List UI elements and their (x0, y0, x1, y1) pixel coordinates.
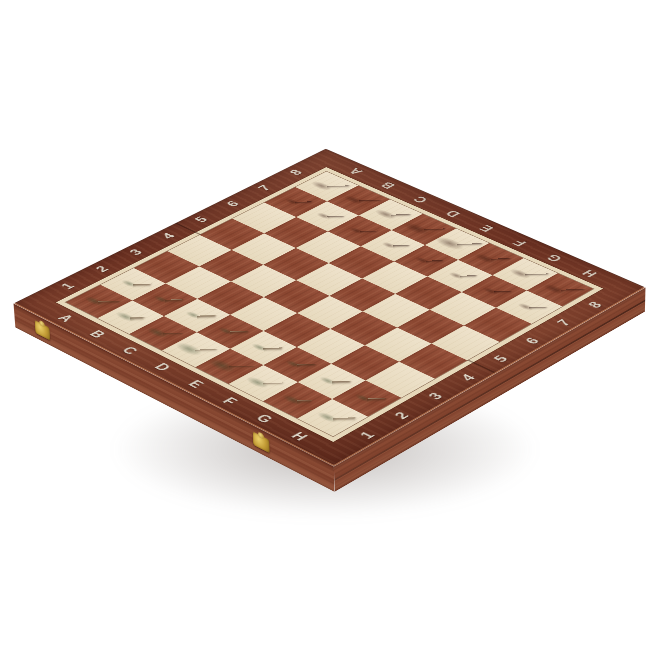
square-h5[interactable] (432, 325, 500, 360)
file-label-top-f: F (510, 237, 531, 247)
file-label-bottom-b: B (85, 328, 108, 340)
rank-label-right-3: 3 (424, 390, 446, 401)
rank-label-right-4: 4 (457, 372, 479, 383)
fold-seam-left-frame (175, 222, 201, 234)
rank-label-right-6: 6 (522, 335, 544, 346)
rank-label-left-4: 4 (159, 231, 179, 241)
square-g6[interactable] (429, 292, 495, 325)
file-label-bottom-d: D (150, 361, 174, 373)
rank-label-left-6: 6 (223, 199, 243, 208)
perspective-tilt-wrapper: AABBCCDDEEFFGGHH1122334455667788 ♜♞♝♛♚♝♞… (0, 0, 650, 650)
rank-label-left-5: 5 (191, 215, 211, 224)
rank-label-left-7: 7 (255, 183, 275, 192)
file-label-bottom-h: H (286, 430, 310, 443)
square-g5[interactable] (397, 309, 464, 343)
brass-latch-icon (252, 431, 269, 453)
rank-label-right-2: 2 (391, 410, 413, 421)
file-label-bottom-e: E (183, 378, 206, 390)
folding-chess-board: AABBCCDDEEFFGGHH1122334455667788 ♜♞♝♛♚♝♞… (13, 148, 645, 466)
rank-label-left-1: 1 (58, 281, 78, 291)
rank-label-right-1: 1 (356, 429, 378, 441)
square-h6[interactable] (464, 307, 531, 341)
file-label-bottom-a: A (53, 312, 76, 324)
rank-label-left-8: 8 (286, 168, 306, 177)
chess-set-photo-scene: AABBCCDDEEFFGGHH1122334455667788 ♜♞♝♛♚♝♞… (0, 0, 650, 650)
file-label-top-h: H (578, 267, 600, 278)
file-label-top-d: D (442, 208, 464, 219)
brass-latch-icon (34, 320, 50, 341)
file-label-bottom-c: C (117, 344, 141, 356)
square-f5[interactable] (363, 293, 429, 326)
rank-label-right-5: 5 (490, 353, 512, 364)
file-label-top-e: E (476, 222, 497, 233)
file-label-top-c: C (409, 193, 431, 204)
square-h4[interactable] (399, 343, 467, 378)
file-label-top-b: B (377, 179, 398, 189)
file-label-top-a: A (345, 166, 366, 176)
rank-label-right-8: 8 (584, 300, 606, 310)
file-label-bottom-g: G (251, 412, 276, 425)
rank-label-right-7: 7 (553, 317, 575, 328)
file-label-bottom-f: F (217, 395, 240, 407)
fold-seam-right-frame (467, 359, 497, 373)
